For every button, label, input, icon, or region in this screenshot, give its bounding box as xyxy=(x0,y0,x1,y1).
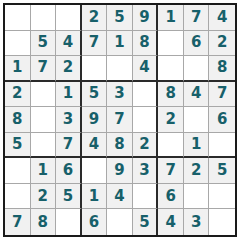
sudoku-cell-r3c8[interactable] xyxy=(184,56,210,82)
sudoku-cell-r9c3[interactable] xyxy=(56,209,82,235)
sudoku-cell-r5c3[interactable]: 3 xyxy=(56,107,82,133)
sudoku-cell-r4c9[interactable]: 7 xyxy=(209,82,235,108)
sudoku-cell-r8c6[interactable] xyxy=(133,184,159,210)
sudoku-cell-r9c5[interactable] xyxy=(107,209,133,235)
sudoku-cell-r4c6[interactable] xyxy=(133,82,159,108)
sudoku-cell-r8c4[interactable]: 1 xyxy=(82,184,108,210)
sudoku-cell-r5c7[interactable]: 2 xyxy=(158,107,184,133)
sudoku-cell-r7c7[interactable]: 7 xyxy=(158,158,184,184)
sudoku-cell-r1c2[interactable] xyxy=(31,5,57,31)
sudoku-cell-r8c2[interactable]: 2 xyxy=(31,184,57,210)
sudoku-cell-r7c1[interactable] xyxy=(5,158,31,184)
sudoku-cell-r8c5[interactable]: 4 xyxy=(107,184,133,210)
sudoku-cell-r6c9[interactable] xyxy=(209,133,235,159)
sudoku-cell-r5c5[interactable]: 7 xyxy=(107,107,133,133)
sudoku-cell-r9c8[interactable]: 3 xyxy=(184,209,210,235)
sudoku-cell-r3c6[interactable]: 4 xyxy=(133,56,159,82)
sudoku-cell-r2c6[interactable]: 8 xyxy=(133,31,159,57)
sudoku-cell-r4c3[interactable]: 1 xyxy=(56,82,82,108)
sudoku-cell-r5c9[interactable]: 6 xyxy=(209,107,235,133)
sudoku-cell-r4c7[interactable]: 8 xyxy=(158,82,184,108)
sudoku-cell-r6c5[interactable]: 8 xyxy=(107,133,133,159)
sudoku-cell-r8c7[interactable]: 6 xyxy=(158,184,184,210)
sudoku-cell-r3c1[interactable]: 1 xyxy=(5,56,31,82)
sudoku-cell-r2c9[interactable]: 2 xyxy=(209,31,235,57)
sudoku-cell-r7c9[interactable]: 5 xyxy=(209,158,235,184)
sudoku-cell-r1c7[interactable]: 1 xyxy=(158,5,184,31)
sudoku-cell-r1c1[interactable] xyxy=(5,5,31,31)
sudoku-cell-r2c3[interactable]: 4 xyxy=(56,31,82,57)
sudoku-cell-r2c1[interactable] xyxy=(5,31,31,57)
sudoku-cell-r5c2[interactable] xyxy=(31,107,57,133)
sudoku-cell-r7c4[interactable] xyxy=(82,158,108,184)
sudoku-cell-r1c3[interactable] xyxy=(56,5,82,31)
sudoku-cell-r9c7[interactable]: 4 xyxy=(158,209,184,235)
sudoku-cell-r4c1[interactable]: 2 xyxy=(5,82,31,108)
sudoku-board: 2591745471862172482153847839726574821169… xyxy=(3,3,237,237)
sudoku-cell-r3c3[interactable]: 2 xyxy=(56,56,82,82)
sudoku-cell-r3c4[interactable] xyxy=(82,56,108,82)
sudoku-cell-r1c9[interactable]: 4 xyxy=(209,5,235,31)
sudoku-cell-r5c6[interactable] xyxy=(133,107,159,133)
sudoku-cell-r7c6[interactable]: 3 xyxy=(133,158,159,184)
sudoku-cell-r2c2[interactable]: 5 xyxy=(31,31,57,57)
sudoku-cell-r6c4[interactable]: 4 xyxy=(82,133,108,159)
sudoku-cell-r1c8[interactable]: 7 xyxy=(184,5,210,31)
sudoku-cell-r4c2[interactable] xyxy=(31,82,57,108)
sudoku-cell-r6c1[interactable]: 5 xyxy=(5,133,31,159)
sudoku-cell-r3c7[interactable] xyxy=(158,56,184,82)
sudoku-cell-r8c1[interactable] xyxy=(5,184,31,210)
sudoku-cell-r9c2[interactable]: 8 xyxy=(31,209,57,235)
sudoku-cell-r6c2[interactable] xyxy=(31,133,57,159)
sudoku-cell-r6c3[interactable]: 7 xyxy=(56,133,82,159)
sudoku-cell-r3c5[interactable] xyxy=(107,56,133,82)
sudoku-cell-r2c4[interactable]: 7 xyxy=(82,31,108,57)
sudoku-cell-r9c9[interactable] xyxy=(209,209,235,235)
sudoku-cell-r8c8[interactable] xyxy=(184,184,210,210)
sudoku-cell-r1c4[interactable]: 2 xyxy=(82,5,108,31)
sudoku-cell-r5c4[interactable]: 9 xyxy=(82,107,108,133)
sudoku-app: 2591745471862172482153847839726574821169… xyxy=(0,0,240,240)
sudoku-cell-r7c5[interactable]: 9 xyxy=(107,158,133,184)
sudoku-cell-r2c8[interactable]: 6 xyxy=(184,31,210,57)
sudoku-cell-r9c1[interactable]: 7 xyxy=(5,209,31,235)
sudoku-cell-r5c1[interactable]: 8 xyxy=(5,107,31,133)
sudoku-cell-r4c8[interactable]: 4 xyxy=(184,82,210,108)
sudoku-cell-r8c9[interactable] xyxy=(209,184,235,210)
sudoku-cell-r4c4[interactable]: 5 xyxy=(82,82,108,108)
sudoku-cell-r3c9[interactable]: 8 xyxy=(209,56,235,82)
sudoku-cell-r9c4[interactable]: 6 xyxy=(82,209,108,235)
sudoku-cell-r1c5[interactable]: 5 xyxy=(107,5,133,31)
sudoku-cell-r8c3[interactable]: 5 xyxy=(56,184,82,210)
sudoku-cell-r7c3[interactable]: 6 xyxy=(56,158,82,184)
sudoku-cell-r5c8[interactable] xyxy=(184,107,210,133)
sudoku-cell-r6c8[interactable]: 1 xyxy=(184,133,210,159)
sudoku-cell-r7c8[interactable]: 2 xyxy=(184,158,210,184)
sudoku-cell-r9c6[interactable]: 5 xyxy=(133,209,159,235)
sudoku-cell-r6c6[interactable]: 2 xyxy=(133,133,159,159)
sudoku-cell-r4c5[interactable]: 3 xyxy=(107,82,133,108)
sudoku-cell-r1c6[interactable]: 9 xyxy=(133,5,159,31)
sudoku-cell-r2c7[interactable] xyxy=(158,31,184,57)
sudoku-cell-r3c2[interactable]: 7 xyxy=(31,56,57,82)
sudoku-cell-r6c7[interactable] xyxy=(158,133,184,159)
sudoku-cell-r2c5[interactable]: 1 xyxy=(107,31,133,57)
sudoku-cell-r7c2[interactable]: 1 xyxy=(31,158,57,184)
